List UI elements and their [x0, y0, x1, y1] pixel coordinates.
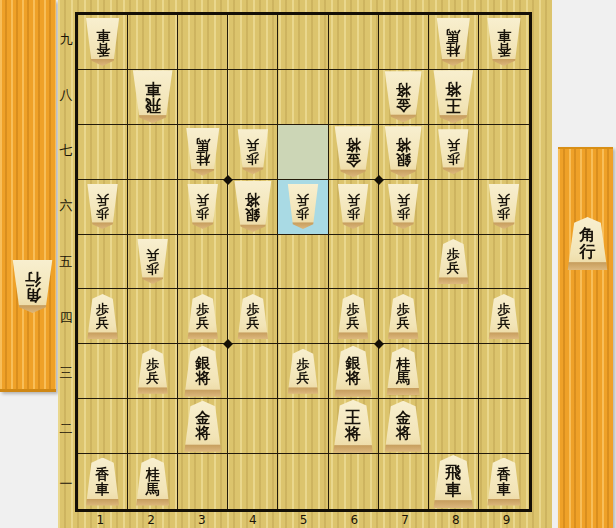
piece-kanji: 歩兵	[96, 303, 109, 330]
komadai-top-player: 角行	[0, 0, 56, 392]
rank-label-二: 二	[57, 401, 75, 457]
board-square-7-7[interactable]: 銀将	[379, 125, 429, 180]
piece-fu-top[interactable]: 歩兵	[186, 184, 219, 229]
piece-kanji: 桂馬	[396, 357, 410, 386]
board-square-6-2[interactable]: 王将	[329, 399, 379, 454]
piece-fu-bottom[interactable]: 歩兵	[236, 294, 269, 339]
board-square-5-2[interactable]	[278, 399, 328, 454]
piece-kanji: 歩兵	[347, 303, 360, 330]
piece-fu-bottom[interactable]: 歩兵	[86, 294, 119, 339]
piece-ginsho-bottom[interactable]: 銀将	[333, 346, 373, 397]
rank-labels: 九八七六五四三二一	[57, 12, 75, 512]
piece-kinsho-bottom[interactable]: 金将	[183, 401, 223, 452]
board-square-2-7[interactable]	[128, 125, 178, 180]
board-square-7-1[interactable]	[379, 454, 429, 509]
board-square-5-9[interactable]	[278, 15, 328, 70]
board-square-9-4[interactable]: 歩兵	[479, 289, 529, 344]
file-label-3: 3	[177, 512, 228, 528]
file-label-2: 2	[126, 512, 177, 528]
piece-fu-top[interactable]: 歩兵	[236, 129, 269, 174]
piece-kanji: 歩兵	[497, 193, 510, 220]
board-square-4-3[interactable]	[228, 344, 278, 399]
board-square-8-7[interactable]: 歩兵	[429, 125, 479, 180]
board-square-7-9[interactable]	[379, 15, 429, 70]
board-square-4-6[interactable]: 銀将	[228, 180, 278, 235]
piece-kakugyo-bottom[interactable]: 角行	[566, 217, 609, 270]
file-label-9: 9	[481, 512, 532, 528]
rank-label-四: 四	[57, 290, 75, 346]
board-square-6-3[interactable]: 銀将	[329, 344, 379, 399]
board-square-7-4[interactable]: 歩兵	[379, 289, 429, 344]
shogi-board-app: 角行 角行 九八七六五四三二一 123456789 香車桂馬香車飛車金将王将桂馬…	[0, 0, 616, 528]
piece-kanji: 桂馬	[146, 467, 160, 496]
rank-label-五: 五	[57, 234, 75, 290]
piece-kanji: 香車	[96, 28, 110, 57]
piece-kanji: 歩兵	[397, 303, 410, 330]
board-square-6-4[interactable]: 歩兵	[329, 289, 379, 344]
piece-kanji: 香車	[96, 467, 110, 496]
board-square-8-5[interactable]: 歩兵	[429, 235, 479, 290]
board-square-6-6[interactable]: 歩兵	[329, 180, 379, 235]
board-square-9-1[interactable]: 香車	[479, 454, 529, 509]
piece-kanji: 王将	[445, 80, 461, 113]
board-grid: 香車桂馬香車飛車金将王将桂馬歩兵金将銀将歩兵歩兵歩兵銀将歩兵歩兵歩兵歩兵歩兵歩兵…	[75, 12, 532, 512]
piece-kyosha-bottom[interactable]: 香車	[85, 458, 121, 506]
board-square-3-7[interactable]: 桂馬	[178, 125, 228, 180]
board-square-8-1[interactable]: 飛車	[429, 454, 479, 509]
piece-kanji: 金将	[346, 136, 361, 167]
piece-kanji: 歩兵	[397, 193, 410, 220]
piece-kanji: 歩兵	[447, 138, 460, 165]
piece-fu-bottom[interactable]: 歩兵	[186, 294, 219, 339]
piece-kanji: 歩兵	[447, 248, 460, 275]
piece-kanji: 香車	[497, 467, 511, 496]
piece-kanji: 歩兵	[146, 358, 159, 385]
board-square-3-9[interactable]	[178, 15, 228, 70]
piece-fu-bottom[interactable]: 歩兵	[286, 349, 319, 394]
piece-kanji: 歩兵	[296, 358, 309, 385]
board-square-1-3[interactable]	[78, 344, 128, 399]
board-square-4-4[interactable]: 歩兵	[228, 289, 278, 344]
piece-keima-bottom[interactable]: 桂馬	[135, 458, 171, 506]
piece-kanji: 角行	[580, 227, 596, 260]
board-square-1-4[interactable]: 歩兵	[78, 289, 128, 344]
piece-kanji: 香車	[497, 28, 511, 57]
board-square-2-6[interactable]	[128, 180, 178, 235]
rank-label-六: 六	[57, 179, 75, 235]
piece-fu-top[interactable]: 歩兵	[487, 184, 520, 229]
board-square-8-4[interactable]	[429, 289, 479, 344]
piece-kanji: 桂馬	[446, 28, 460, 57]
file-label-8: 8	[430, 512, 481, 528]
board-square-9-9[interactable]: 香車	[479, 15, 529, 70]
piece-kanji: 飛車	[445, 465, 461, 498]
board-square-9-3[interactable]	[479, 344, 529, 399]
board-square-8-2[interactable]	[429, 399, 479, 454]
board-square-9-2[interactable]	[479, 399, 529, 454]
piece-osho-bottom[interactable]: 王将	[332, 400, 375, 453]
board-square-3-4[interactable]: 歩兵	[178, 289, 228, 344]
piece-fu-top[interactable]: 歩兵	[86, 184, 119, 229]
piece-kanji: 歩兵	[497, 303, 510, 330]
board-square-3-8[interactable]	[178, 70, 228, 125]
board-square-6-7[interactable]: 金将	[329, 125, 379, 180]
rank-label-一: 一	[57, 456, 75, 512]
piece-ginsho-bottom[interactable]: 銀将	[183, 346, 223, 397]
board-square-4-9[interactable]	[228, 15, 278, 70]
piece-kanji: 飛車	[145, 80, 161, 113]
board-square-9-5[interactable]	[479, 235, 529, 290]
piece-hisha-bottom[interactable]: 飛車	[432, 455, 475, 508]
piece-keima-top[interactable]: 桂馬	[435, 18, 471, 66]
piece-kanji: 歩兵	[196, 303, 209, 330]
board-square-6-5[interactable]	[329, 235, 379, 290]
piece-fu-bottom[interactable]: 歩兵	[487, 294, 520, 339]
file-label-1: 1	[75, 512, 126, 528]
board-square-9-7[interactable]	[479, 125, 529, 180]
piece-fu-top[interactable]: 歩兵	[337, 184, 370, 229]
board-square-5-6[interactable]: 歩兵	[278, 180, 328, 235]
piece-hisha-top[interactable]: 飛車	[131, 70, 174, 123]
piece-kanji: 歩兵	[96, 193, 109, 220]
board-square-7-6[interactable]: 歩兵	[379, 180, 429, 235]
piece-kanji: 桂馬	[196, 137, 210, 166]
piece-kanji: 金将	[195, 411, 210, 442]
board-square-5-4[interactable]	[278, 289, 328, 344]
piece-kinsho-bottom[interactable]: 金将	[383, 401, 423, 452]
piece-kakugyo-top[interactable]: 角行	[11, 260, 54, 313]
board-square-8-9[interactable]: 桂馬	[429, 15, 479, 70]
board-square-8-8[interactable]: 王将	[429, 70, 479, 125]
board-square-7-3[interactable]: 桂馬	[379, 344, 429, 399]
piece-fu-top[interactable]: 歩兵	[387, 184, 420, 229]
rank-label-八: 八	[57, 68, 75, 124]
board-square-3-1[interactable]	[178, 454, 228, 509]
board-square-4-1[interactable]	[228, 454, 278, 509]
board-square-4-2[interactable]	[228, 399, 278, 454]
piece-fu-bottom[interactable]: 歩兵	[136, 349, 169, 394]
board-square-5-5[interactable]	[278, 235, 328, 290]
piece-kanji: 歩兵	[246, 138, 259, 165]
piece-kanji: 銀将	[396, 136, 411, 167]
board-square-2-2[interactable]	[128, 399, 178, 454]
file-label-6: 6	[329, 512, 380, 528]
piece-keima-bottom[interactable]: 桂馬	[385, 347, 421, 395]
board-square-3-2[interactable]: 金将	[178, 399, 228, 454]
board-square-1-9[interactable]: 香車	[78, 15, 128, 70]
board-square-8-6[interactable]	[429, 180, 479, 235]
piece-kyosha-top[interactable]: 香車	[486, 18, 522, 66]
piece-kanji: 歩兵	[146, 248, 159, 275]
rank-label-三: 三	[57, 345, 75, 401]
board-square-1-8[interactable]	[78, 70, 128, 125]
board-square-5-8[interactable]	[278, 70, 328, 125]
piece-kinsho-top[interactable]: 金将	[383, 71, 423, 122]
piece-kanji: 銀将	[195, 356, 210, 387]
board-square-7-8[interactable]: 金将	[379, 70, 429, 125]
board-square-9-8[interactable]	[479, 70, 529, 125]
piece-kanji: 金将	[396, 411, 411, 442]
board-square-3-6[interactable]: 歩兵	[178, 180, 228, 235]
komadai-bottom-player: 角行	[558, 147, 613, 528]
board-square-1-7[interactable]	[78, 125, 128, 180]
rank-label-九: 九	[57, 12, 75, 68]
board-square-5-7[interactable]	[278, 125, 328, 180]
board-square-9-6[interactable]: 歩兵	[479, 180, 529, 235]
board-square-1-2[interactable]	[78, 399, 128, 454]
piece-kanji: 歩兵	[196, 193, 209, 220]
board-square-4-8[interactable]	[228, 70, 278, 125]
piece-kyosha-bottom[interactable]: 香車	[486, 458, 522, 506]
board-square-6-1[interactable]	[329, 454, 379, 509]
board-square-3-3[interactable]: 銀将	[178, 344, 228, 399]
board-square-2-8[interactable]: 飛車	[128, 70, 178, 125]
board-square-2-1[interactable]: 桂馬	[128, 454, 178, 509]
board-square-3-5[interactable]	[178, 235, 228, 290]
rank-label-七: 七	[57, 123, 75, 179]
piece-fu-bottom[interactable]: 歩兵	[387, 294, 420, 339]
piece-fu-top[interactable]: 歩兵	[286, 184, 319, 229]
board-square-2-4[interactable]	[128, 289, 178, 344]
board-square-2-3[interactable]: 歩兵	[128, 344, 178, 399]
board-square-5-3[interactable]: 歩兵	[278, 344, 328, 399]
piece-fu-bottom[interactable]: 歩兵	[437, 239, 470, 284]
piece-kanji: 歩兵	[246, 303, 259, 330]
board-square-7-2[interactable]: 金将	[379, 399, 429, 454]
board-square-6-8[interactable]	[329, 70, 379, 125]
board-square-1-1[interactable]: 香車	[78, 454, 128, 509]
piece-kanji: 王将	[345, 410, 361, 443]
piece-kanji: 歩兵	[347, 193, 360, 220]
piece-kinsho-top[interactable]: 金将	[333, 126, 373, 177]
piece-osho-top[interactable]: 王将	[432, 70, 475, 123]
piece-fu-bottom[interactable]: 歩兵	[337, 294, 370, 339]
board-square-2-5[interactable]: 歩兵	[128, 235, 178, 290]
piece-kanji: 金将	[396, 81, 411, 112]
board-square-4-5[interactable]	[228, 235, 278, 290]
piece-ginsho-top[interactable]: 銀将	[383, 126, 423, 177]
piece-kanji: 銀将	[245, 191, 260, 222]
piece-kanji: 歩兵	[296, 193, 309, 220]
board-square-6-9[interactable]	[329, 15, 379, 70]
piece-fu-top[interactable]: 歩兵	[136, 239, 169, 284]
file-label-4: 4	[227, 512, 278, 528]
file-label-7: 7	[380, 512, 431, 528]
piece-ginsho-top[interactable]: 銀将	[233, 181, 273, 232]
file-label-5: 5	[278, 512, 329, 528]
piece-keima-top[interactable]: 桂馬	[185, 128, 221, 176]
board-square-5-1[interactable]	[278, 454, 328, 509]
file-labels: 123456789	[75, 512, 532, 528]
board-square-1-5[interactable]	[78, 235, 128, 290]
piece-kanji: 銀将	[346, 356, 361, 387]
piece-kyosha-top[interactable]: 香車	[85, 18, 121, 66]
board-square-1-6[interactable]: 歩兵	[78, 180, 128, 235]
piece-fu-top[interactable]: 歩兵	[437, 129, 470, 174]
board-square-8-3[interactable]	[429, 344, 479, 399]
piece-kanji: 角行	[25, 270, 41, 303]
board-square-7-5[interactable]	[379, 235, 429, 290]
board-square-2-9[interactable]	[128, 15, 178, 70]
board-square-4-7[interactable]: 歩兵	[228, 125, 278, 180]
